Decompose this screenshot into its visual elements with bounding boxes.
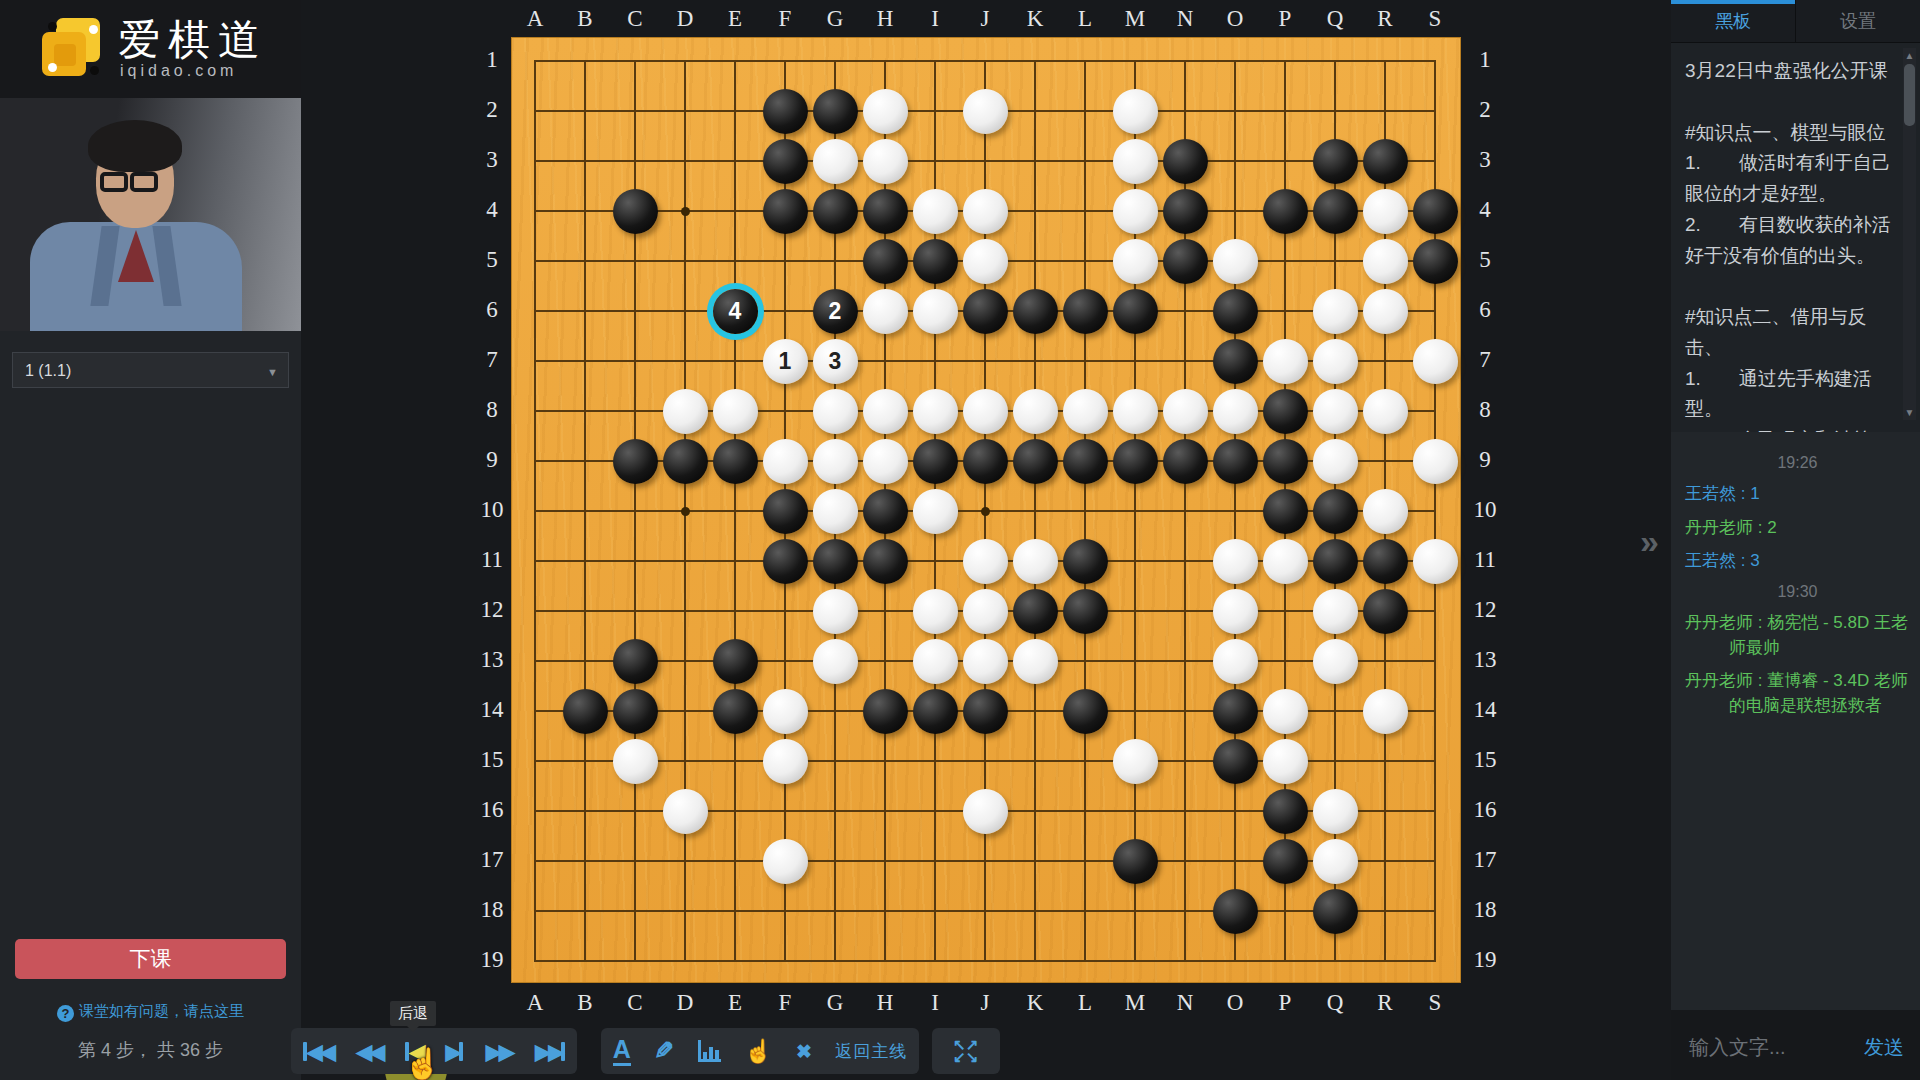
col-label-B: B	[570, 990, 600, 1016]
stone-black-N5[interactable]	[1163, 239, 1208, 284]
col-label-C: C	[620, 6, 650, 32]
panel-tabs: 黑板 设置	[1671, 0, 1920, 43]
stone-white-G8[interactable]	[813, 389, 858, 434]
row-label-7: 7	[1466, 347, 1504, 373]
note-line: 1. 通过先手构建活型。	[1685, 364, 1891, 426]
row-label-8: 8	[1466, 397, 1504, 423]
stone-white-K13[interactable]	[1013, 639, 1058, 684]
stone-white-J2[interactable]	[963, 89, 1008, 134]
col-label-I: I	[920, 990, 950, 1016]
stone-black-L11[interactable]	[1063, 539, 1108, 584]
stone-white-H8[interactable]	[863, 389, 908, 434]
scroll-up-icon[interactable]: ▲	[1903, 50, 1916, 61]
stone-black-S5[interactable]	[1413, 239, 1458, 284]
stone-black-C13[interactable]	[613, 639, 658, 684]
return-main-line-button[interactable]: 返回主线	[835, 1040, 907, 1063]
row-label-16: 16	[1466, 797, 1504, 823]
stone-white-N8[interactable]	[1163, 389, 1208, 434]
row-label-10: 10	[473, 497, 511, 523]
stone-white-R14[interactable]	[1363, 689, 1408, 734]
nav-fast-back-button[interactable]: ◀◀	[356, 1041, 382, 1062]
hand-tool-icon[interactable]: ☝	[744, 1040, 773, 1063]
stone-white-Q7[interactable]	[1313, 339, 1358, 384]
stone-white-G10[interactable]	[813, 489, 858, 534]
row-label-13: 13	[473, 647, 511, 673]
stone-white-K8[interactable]	[1013, 389, 1058, 434]
row-label-9: 9	[1466, 447, 1504, 473]
stone-white-H3[interactable]	[863, 139, 908, 184]
stone-black-D9[interactable]	[663, 439, 708, 484]
chat-message: 王若然 : 1	[1685, 482, 1910, 507]
stone-black-J6[interactable]	[963, 289, 1008, 334]
row-label-18: 18	[1466, 897, 1504, 923]
stone-white-M15[interactable]	[1113, 739, 1158, 784]
chat-input-bar: 输入文字... 发送	[1671, 1010, 1920, 1080]
scroll-down-icon[interactable]: ▼	[1903, 407, 1916, 418]
stone-black-F10[interactable]	[763, 489, 808, 534]
col-label-O: O	[1220, 990, 1250, 1016]
stone-black-H4[interactable]	[863, 189, 908, 234]
col-label-P: P	[1270, 990, 1300, 1016]
col-label-J: J	[970, 6, 1000, 32]
variation-dropdown[interactable]: 1 (1.1) ▼	[12, 352, 289, 388]
teacher-webcam-video	[0, 98, 301, 331]
stone-white-R8[interactable]	[1363, 389, 1408, 434]
row-label-16: 16	[473, 797, 511, 823]
stone-black-L6[interactable]	[1063, 289, 1108, 334]
col-label-H: H	[870, 6, 900, 32]
stone-white-Q12[interactable]	[1313, 589, 1358, 634]
stone-white-M4[interactable]	[1113, 189, 1158, 234]
row-label-6: 6	[1466, 297, 1504, 323]
sidebar: 爱棋道 iqidao.com 1 (1.1) ▼ 下课 ?课堂如有问题，请点这里…	[0, 0, 301, 1080]
stone-black-O6[interactable]	[1213, 289, 1258, 334]
move-step-counter: 第 4 步， 共 36 步	[0, 1038, 301, 1062]
stone-white-I13[interactable]	[913, 639, 958, 684]
stone-white-J8[interactable]	[963, 389, 1008, 434]
note-line: 1. 做活时有利于自己眼位的才是好型。	[1685, 148, 1891, 210]
stone-black-N9[interactable]	[1163, 439, 1208, 484]
stone-white-R10[interactable]	[1363, 489, 1408, 534]
stone-black-H10[interactable]	[863, 489, 908, 534]
nav-last-button[interactable]: ▶▶	[535, 1041, 565, 1062]
stone-black-G6-move-2[interactable]: 2	[813, 289, 858, 334]
col-label-R: R	[1370, 990, 1400, 1016]
stone-white-H2[interactable]	[863, 89, 908, 134]
stone-black-Q3[interactable]	[1313, 139, 1358, 184]
row-label-12: 12	[1466, 597, 1504, 623]
stone-black-E9[interactable]	[713, 439, 758, 484]
row-label-19: 19	[1466, 947, 1504, 973]
stone-white-S7[interactable]	[1413, 339, 1458, 384]
stone-white-I6[interactable]	[913, 289, 958, 334]
row-label-4: 4	[1466, 197, 1504, 223]
stone-white-H9[interactable]	[863, 439, 908, 484]
note-line	[1685, 87, 1891, 118]
note-line: 3月22日中盘强化公开课	[1685, 56, 1891, 87]
col-label-D: D	[670, 990, 700, 1016]
stone-black-P4[interactable]	[1263, 189, 1308, 234]
stone-black-L9[interactable]	[1063, 439, 1108, 484]
stone-white-O5[interactable]	[1213, 239, 1258, 284]
stone-white-M8[interactable]	[1113, 389, 1158, 434]
stone-white-H6[interactable]	[863, 289, 908, 334]
row-label-13: 13	[1466, 647, 1504, 673]
stone-white-G12[interactable]	[813, 589, 858, 634]
stone-white-S11[interactable]	[1413, 539, 1458, 584]
stone-black-H5[interactable]	[863, 239, 908, 284]
stone-black-G11[interactable]	[813, 539, 858, 584]
stone-white-Q9[interactable]	[1313, 439, 1358, 484]
chevron-down-icon: ▼	[267, 354, 278, 390]
grid-line	[1084, 60, 1086, 962]
stone-black-M17[interactable]	[1113, 839, 1158, 884]
note-line: #知识点二、借用与反击、	[1685, 302, 1891, 364]
stone-white-R5[interactable]	[1363, 239, 1408, 284]
stone-black-P16[interactable]	[1263, 789, 1308, 834]
chat-message: 丹丹老师 : 杨宪恺 - 5.8D 王老师最帅	[1685, 611, 1910, 660]
row-label-7: 7	[473, 347, 511, 373]
stone-white-P11[interactable]	[1263, 539, 1308, 584]
tooltip-back: 后退	[390, 1001, 436, 1026]
stone-black-K9[interactable]	[1013, 439, 1058, 484]
star-point	[681, 507, 690, 516]
col-label-S: S	[1420, 990, 1450, 1016]
col-label-P: P	[1270, 6, 1300, 32]
row-label-3: 3	[1466, 147, 1504, 173]
stone-black-O9[interactable]	[1213, 439, 1258, 484]
stone-white-O8[interactable]	[1213, 389, 1258, 434]
stone-white-P14[interactable]	[1263, 689, 1308, 734]
help-link[interactable]: ?课堂如有问题，请点这里	[0, 1002, 301, 1022]
stone-black-P10[interactable]	[1263, 489, 1308, 534]
stone-white-J11[interactable]	[963, 539, 1008, 584]
brush-tool-icon[interactable]: ✎	[654, 1039, 674, 1063]
row-label-17: 17	[473, 847, 511, 873]
row-label-12: 12	[473, 597, 511, 623]
col-label-F: F	[770, 990, 800, 1016]
chat-input[interactable]: 输入文字...	[1689, 1034, 1786, 1061]
row-label-10: 10	[1466, 497, 1504, 523]
grid-line	[534, 960, 1436, 962]
stone-black-E14[interactable]	[713, 689, 758, 734]
stone-black-R12[interactable]	[1363, 589, 1408, 634]
annotation-toolbar: A ✎ ☝ ✖ 返回主线	[601, 1028, 919, 1074]
stone-white-I4[interactable]	[913, 189, 958, 234]
stone-white-E8[interactable]	[713, 389, 758, 434]
nav-first-button[interactable]: ◀◀	[303, 1041, 333, 1062]
col-label-Q: Q	[1320, 6, 1350, 32]
grid-line	[1234, 60, 1236, 962]
chat-message: 王若然 : 3	[1685, 549, 1910, 574]
stone-black-P8[interactable]	[1263, 389, 1308, 434]
row-label-14: 14	[1466, 697, 1504, 723]
text-tool-button[interactable]: A	[613, 1036, 631, 1065]
stone-white-P7[interactable]	[1263, 339, 1308, 384]
stone-black-I9[interactable]	[913, 439, 958, 484]
iqidao-go-classroom: 爱棋道 iqidao.com 1 (1.1) ▼ 下课 ?课堂如有问题，请点这里…	[0, 0, 1920, 1080]
stone-white-J12[interactable]	[963, 589, 1008, 634]
row-label-19: 19	[473, 947, 511, 973]
chat-timestamp: 19:26	[1685, 454, 1910, 472]
stone-white-M3[interactable]	[1113, 139, 1158, 184]
stone-black-I14[interactable]	[913, 689, 958, 734]
stone-white-Q8[interactable]	[1313, 389, 1358, 434]
scrollbar-thumb[interactable]	[1904, 64, 1915, 126]
stone-black-P17[interactable]	[1263, 839, 1308, 884]
row-label-15: 15	[473, 747, 511, 773]
col-label-N: N	[1170, 6, 1200, 32]
stone-white-F14[interactable]	[763, 689, 808, 734]
col-label-J: J	[970, 990, 1000, 1016]
stone-black-H14[interactable]	[863, 689, 908, 734]
fullscreen-icon[interactable]: ↖↗↙↘	[953, 1039, 979, 1063]
logo: 爱棋道 iqidao.com	[0, 0, 301, 98]
stone-black-N4[interactable]	[1163, 189, 1208, 234]
row-label-1: 1	[473, 47, 511, 73]
stone-white-O11[interactable]	[1213, 539, 1258, 584]
row-label-1: 1	[1466, 47, 1504, 73]
stone-white-F17[interactable]	[763, 839, 808, 884]
stone-black-O18[interactable]	[1213, 889, 1258, 934]
row-label-18: 18	[473, 897, 511, 923]
stone-white-I8[interactable]	[913, 389, 958, 434]
stone-white-G3[interactable]	[813, 139, 858, 184]
stone-black-B14[interactable]	[563, 689, 608, 734]
stone-white-F15[interactable]	[763, 739, 808, 784]
mouse-cursor-icon: ☝	[404, 1046, 441, 1080]
notes-scrollbar[interactable]: ▲ ▼	[1903, 48, 1916, 420]
stone-white-J4[interactable]	[963, 189, 1008, 234]
stone-black-F3[interactable]	[763, 139, 808, 184]
stone-black-S4[interactable]	[1413, 189, 1458, 234]
stone-white-I10[interactable]	[913, 489, 958, 534]
stone-white-Q16[interactable]	[1313, 789, 1358, 834]
stone-white-C15[interactable]	[613, 739, 658, 784]
stone-white-R4[interactable]	[1363, 189, 1408, 234]
row-label-15: 15	[1466, 747, 1504, 773]
row-label-6: 6	[473, 297, 511, 323]
col-label-S: S	[1420, 6, 1450, 32]
col-label-E: E	[720, 6, 750, 32]
tab-blackboard[interactable]: 黑板	[1671, 0, 1796, 42]
logo-title: 爱棋道	[118, 12, 268, 68]
chat-timestamp: 19:30	[1685, 583, 1910, 601]
stone-white-G13[interactable]	[813, 639, 858, 684]
stone-white-Q6[interactable]	[1313, 289, 1358, 334]
stone-white-S9[interactable]	[1413, 439, 1458, 484]
stone-black-I5[interactable]	[913, 239, 958, 284]
col-label-E: E	[720, 990, 750, 1016]
col-label-L: L	[1070, 990, 1100, 1016]
stone-black-J14[interactable]	[963, 689, 1008, 734]
stone-black-P9[interactable]	[1263, 439, 1308, 484]
stone-black-M6[interactable]	[1113, 289, 1158, 334]
row-label-2: 2	[1466, 97, 1504, 123]
stone-black-R11[interactable]	[1363, 539, 1408, 584]
iqidao-logo-icon	[40, 16, 104, 80]
stone-black-Q10[interactable]	[1313, 489, 1358, 534]
note-line: #知识点一、棋型与眼位	[1685, 118, 1891, 149]
stone-black-K6[interactable]	[1013, 289, 1058, 334]
stone-black-Q18[interactable]	[1313, 889, 1358, 934]
row-label-2: 2	[473, 97, 511, 123]
stone-black-L14[interactable]	[1063, 689, 1108, 734]
col-label-O: O	[1220, 6, 1250, 32]
stone-white-K11[interactable]	[1013, 539, 1058, 584]
stone-white-Q13[interactable]	[1313, 639, 1358, 684]
stone-black-G4[interactable]	[813, 189, 858, 234]
col-label-M: M	[1120, 990, 1150, 1016]
row-label-9: 9	[473, 447, 511, 473]
col-label-G: G	[820, 990, 850, 1016]
col-label-C: C	[620, 990, 650, 1016]
grid-line	[534, 910, 1436, 912]
stone-black-C9[interactable]	[613, 439, 658, 484]
row-label-8: 8	[473, 397, 511, 423]
star-point	[681, 207, 690, 216]
stone-white-F7-move-1[interactable]: 1	[763, 339, 808, 384]
note-line: 2. 有目数收获的补活好于没有价值的出头。	[1685, 210, 1891, 272]
chat-message: 丹丹老师 : 董博睿 - 3.4D 老师的电脑是联想拯救者	[1685, 669, 1910, 718]
stone-black-F11[interactable]	[763, 539, 808, 584]
nav-fast-forward-button[interactable]: ▶▶	[486, 1041, 512, 1062]
stone-white-F9[interactable]	[763, 439, 808, 484]
stone-white-J5[interactable]	[963, 239, 1008, 284]
panel-collapse-icon[interactable]: »	[1640, 522, 1659, 561]
stone-black-F4[interactable]	[763, 189, 808, 234]
stone-white-D16[interactable]	[663, 789, 708, 834]
stone-white-P15[interactable]	[1263, 739, 1308, 784]
stone-black-G2[interactable]	[813, 89, 858, 134]
tab-settings[interactable]: 设置	[1796, 0, 1920, 42]
stone-black-L12[interactable]	[1063, 589, 1108, 634]
stone-black-J9[interactable]	[963, 439, 1008, 484]
stone-white-M2[interactable]	[1113, 89, 1158, 134]
chat-message: 丹丹老师 : 2	[1685, 516, 1910, 541]
delete-x-icon[interactable]: ✖	[796, 1042, 812, 1061]
send-button[interactable]: 发送	[1864, 1034, 1904, 1061]
row-label-5: 5	[1466, 247, 1504, 273]
go-board[interactable]: 4213	[511, 37, 1461, 983]
col-label-D: D	[670, 6, 700, 32]
col-label-B: B	[570, 6, 600, 32]
stone-black-E6-move-4[interactable]: 4	[713, 289, 758, 334]
col-label-K: K	[1020, 6, 1050, 32]
col-label-F: F	[770, 6, 800, 32]
stone-white-J16[interactable]	[963, 789, 1008, 834]
variation-dropdown-value: 1 (1.1)	[25, 362, 71, 379]
grid-line	[1034, 60, 1036, 962]
stone-black-N3[interactable]	[1163, 139, 1208, 184]
nav-forward-button[interactable]: ▶	[446, 1041, 463, 1062]
col-label-M: M	[1120, 6, 1150, 32]
stone-white-O13[interactable]	[1213, 639, 1258, 684]
question-icon: ?	[57, 1005, 74, 1022]
stone-black-H11[interactable]	[863, 539, 908, 584]
col-label-L: L	[1070, 6, 1100, 32]
stone-black-C4[interactable]	[613, 189, 658, 234]
col-label-H: H	[870, 990, 900, 1016]
row-label-4: 4	[473, 197, 511, 223]
row-label-11: 11	[473, 547, 511, 573]
chat-area: 19:26王若然 : 1丹丹老师 : 2王若然 : 319:30丹丹老师 : 杨…	[1671, 432, 1920, 1010]
col-label-G: G	[820, 6, 850, 32]
stone-black-C14[interactable]	[613, 689, 658, 734]
help-link-label: 课堂如有问题，请点这里	[79, 1002, 244, 1019]
stone-white-D8[interactable]	[663, 389, 708, 434]
stone-white-Q17[interactable]	[1313, 839, 1358, 884]
row-label-5: 5	[473, 247, 511, 273]
col-label-A: A	[520, 990, 550, 1016]
stone-black-Q11[interactable]	[1313, 539, 1358, 584]
row-label-11: 11	[1466, 547, 1504, 573]
row-label-3: 3	[473, 147, 511, 173]
stone-black-E13[interactable]	[713, 639, 758, 684]
col-label-A: A	[520, 6, 550, 32]
stone-white-G7-move-3[interactable]: 3	[813, 339, 858, 384]
stone-white-M5[interactable]	[1113, 239, 1158, 284]
stone-black-O15[interactable]	[1213, 739, 1258, 784]
stone-white-R6[interactable]	[1363, 289, 1408, 334]
stone-black-O14[interactable]	[1213, 689, 1258, 734]
fullscreen-box: ↖↗↙↘	[932, 1028, 1000, 1074]
col-label-N: N	[1170, 990, 1200, 1016]
stone-black-K12[interactable]	[1013, 589, 1058, 634]
analysis-chart-icon[interactable]	[698, 1040, 721, 1062]
row-label-17: 17	[1466, 847, 1504, 873]
glasses	[100, 172, 170, 194]
right-panel: 黑板 设置 3月22日中盘强化公开课 #知识点一、棋型与眼位1. 做活时有利于自…	[1671, 0, 1920, 1080]
stone-black-R3[interactable]	[1363, 139, 1408, 184]
col-label-R: R	[1370, 6, 1400, 32]
stone-black-Q4[interactable]	[1313, 189, 1358, 234]
stone-black-F2[interactable]	[763, 89, 808, 134]
col-label-K: K	[1020, 990, 1050, 1016]
col-label-Q: Q	[1320, 990, 1350, 1016]
stone-white-L8[interactable]	[1063, 389, 1108, 434]
end-class-button[interactable]: 下课	[15, 939, 286, 979]
stone-white-O12[interactable]	[1213, 589, 1258, 634]
stone-black-O7[interactable]	[1213, 339, 1258, 384]
stone-white-I12[interactable]	[913, 589, 958, 634]
star-point	[981, 507, 990, 516]
logo-domain: iqidao.com	[120, 62, 237, 80]
stone-white-J13[interactable]	[963, 639, 1008, 684]
note-line	[1685, 271, 1891, 302]
stone-black-M9[interactable]	[1113, 439, 1158, 484]
row-label-14: 14	[473, 697, 511, 723]
col-label-I: I	[920, 6, 950, 32]
stone-white-G9[interactable]	[813, 439, 858, 484]
